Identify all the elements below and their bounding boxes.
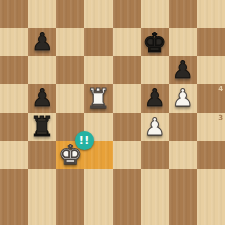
square-c4[interactable] [56,84,84,112]
square-a7[interactable] [0,0,28,28]
square-b6[interactable]: ♟ [28,28,56,56]
square-h4[interactable]: 4 [197,84,225,112]
square-d6[interactable] [84,28,112,56]
white-pawn-f3[interactable]: ♟ [141,113,169,141]
square-e1[interactable] [113,169,141,197]
black-pawn-b6[interactable]: ♟ [28,28,56,56]
square-b3[interactable]: ♜ [28,113,56,141]
square-c1[interactable] [56,169,84,197]
square-f1[interactable] [141,169,169,197]
square-d7[interactable] [84,0,112,28]
square-e3[interactable] [113,113,141,141]
square-e7[interactable] [113,0,141,28]
white-pawn-g4[interactable]: ♟ [169,84,197,112]
square-g5[interactable]: ♟ [169,56,197,84]
chess-board[interactable]: ♟♚♟♟♜♟♟4♜♟3♚ [0,0,225,225]
square-f2[interactable] [141,141,169,169]
black-pawn-f4[interactable]: ♟ [141,84,169,112]
square-g3[interactable] [169,113,197,141]
cropped-board-edge [141,197,169,225]
square-b1[interactable] [28,169,56,197]
square-e2[interactable] [113,141,141,169]
square-b7[interactable] [28,0,56,28]
square-a1[interactable] [0,169,28,197]
square-g2[interactable] [169,141,197,169]
black-king-f6[interactable]: ♚ [141,28,169,56]
cropped-board-edge [84,197,112,225]
square-h6[interactable] [197,28,225,56]
rank-coordinate-3: 3 [218,114,223,122]
square-h3[interactable]: 3 [197,113,225,141]
square-f6[interactable]: ♚ [141,28,169,56]
square-c7[interactable] [56,0,84,28]
square-d5[interactable] [84,56,112,84]
square-f5[interactable] [141,56,169,84]
square-e5[interactable] [113,56,141,84]
square-a2[interactable] [0,141,28,169]
square-f4[interactable]: ♟ [141,84,169,112]
black-pawn-g5[interactable]: ♟ [169,56,197,84]
cropped-board-edge [28,197,56,225]
cropped-board-edge [0,197,28,225]
square-g1[interactable] [169,169,197,197]
square-h7[interactable] [197,0,225,28]
white-rook-d4[interactable]: ♜ [84,84,112,112]
square-h2[interactable] [197,141,225,169]
cropped-board-edge [169,197,197,225]
square-d1[interactable] [84,169,112,197]
square-g4[interactable]: ♟ [169,84,197,112]
chess-board-viewport: ♟♚♟♟♜♟♟4♜♟3♚ !! [0,0,225,225]
square-f7[interactable] [141,0,169,28]
square-f3[interactable]: ♟ [141,113,169,141]
cropped-board-edge [56,197,84,225]
square-a5[interactable] [0,56,28,84]
square-c6[interactable] [56,28,84,56]
square-e4[interactable] [113,84,141,112]
square-c5[interactable] [56,56,84,84]
cropped-board-edge [197,197,225,225]
square-g6[interactable] [169,28,197,56]
square-a3[interactable] [0,113,28,141]
square-b5[interactable] [28,56,56,84]
square-a4[interactable] [0,84,28,112]
black-pawn-b4[interactable]: ♟ [28,84,56,112]
square-d4[interactable]: ♜ [84,84,112,112]
square-b2[interactable] [28,141,56,169]
black-rook-b3[interactable]: ♜ [28,113,56,141]
square-b4[interactable]: ♟ [28,84,56,112]
brilliant-move-badge: !! [75,131,94,150]
square-h5[interactable] [197,56,225,84]
square-g7[interactable] [169,0,197,28]
square-a6[interactable] [0,28,28,56]
rank-coordinate-4: 4 [218,85,223,93]
square-h1[interactable] [197,169,225,197]
cropped-board-edge [113,197,141,225]
square-e6[interactable] [113,28,141,56]
